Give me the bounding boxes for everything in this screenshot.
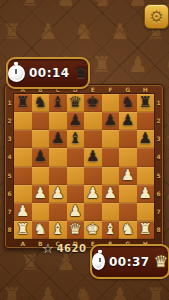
file-label-H: H bbox=[137, 86, 155, 93]
square-e3[interactable] bbox=[84, 130, 102, 148]
rank-label-8: 8 bbox=[155, 221, 162, 239]
white-clock-time: 00:37 bbox=[109, 255, 150, 269]
black-pawn[interactable]: ♟ bbox=[34, 147, 47, 165]
rank-labels-left: 12345678 bbox=[6, 94, 13, 239]
white-pawn[interactable]: ♟ bbox=[139, 184, 152, 202]
square-c6[interactable]: ♟ bbox=[49, 185, 67, 203]
black-pawn[interactable]: ♟ bbox=[69, 111, 82, 129]
square-h4[interactable] bbox=[137, 148, 155, 166]
square-a7[interactable]: ♟ bbox=[14, 203, 32, 221]
square-f2[interactable]: ♟ bbox=[102, 112, 120, 130]
black-pawn[interactable]: ♟ bbox=[51, 129, 64, 147]
square-b2[interactable] bbox=[32, 112, 50, 130]
black-clock-time: 00:14 bbox=[29, 66, 70, 80]
square-e1[interactable]: ♚ bbox=[84, 94, 102, 112]
white-pawn[interactable]: ♟ bbox=[34, 184, 47, 202]
stopwatch-icon bbox=[92, 253, 105, 270]
square-e7[interactable] bbox=[84, 203, 102, 221]
white-pawn[interactable]: ♟ bbox=[121, 166, 134, 184]
white-queen[interactable]: ♛ bbox=[69, 220, 82, 238]
rank-label-7: 7 bbox=[6, 203, 13, 221]
file-label-A: A bbox=[14, 240, 32, 247]
square-d1[interactable]: ♛ bbox=[67, 94, 85, 112]
rank-label-5: 5 bbox=[155, 167, 162, 185]
square-f5[interactable] bbox=[102, 167, 120, 185]
black-pawn[interactable]: ♟ bbox=[139, 129, 152, 147]
score-value: 4620 bbox=[57, 243, 87, 254]
black-clock-plaque: 00:14 ♛ bbox=[6, 57, 90, 89]
square-a4[interactable] bbox=[14, 148, 32, 166]
rank-labels-right: 12345678 bbox=[155, 94, 162, 239]
square-b5[interactable] bbox=[32, 167, 50, 185]
square-g4[interactable] bbox=[119, 148, 137, 166]
black-bishop[interactable]: ♝ bbox=[69, 129, 82, 147]
square-g1[interactable]: ♞ bbox=[119, 94, 137, 112]
white-pawn[interactable]: ♟ bbox=[86, 184, 99, 202]
square-a6[interactable] bbox=[14, 185, 32, 203]
square-b4[interactable]: ♟ bbox=[32, 148, 50, 166]
rank-label-8: 8 bbox=[6, 221, 13, 239]
square-e5[interactable] bbox=[84, 167, 102, 185]
square-b7[interactable] bbox=[32, 203, 50, 221]
square-h5[interactable] bbox=[137, 167, 155, 185]
square-d3[interactable]: ♝ bbox=[67, 130, 85, 148]
rank-label-1: 1 bbox=[155, 94, 162, 112]
white-knight[interactable]: ♞ bbox=[121, 220, 134, 238]
square-g8[interactable]: ♞ bbox=[119, 221, 137, 239]
black-bishop[interactable]: ♝ bbox=[51, 93, 64, 111]
rank-label-1: 1 bbox=[6, 94, 13, 112]
square-a1[interactable]: ♜ bbox=[14, 94, 32, 112]
square-g7[interactable] bbox=[119, 203, 137, 221]
square-d2[interactable]: ♟ bbox=[67, 112, 85, 130]
square-g6[interactable] bbox=[119, 185, 137, 203]
black-pawn[interactable]: ♟ bbox=[121, 111, 134, 129]
rank-label-2: 2 bbox=[6, 112, 13, 130]
square-f4[interactable] bbox=[102, 148, 120, 166]
board-grid: ♜♞♝♛♚♞♜♟♟♟♟♝♟♟♟♟♟♟♟♟♟♟♟♜♞♝♛♚♝♞♜ bbox=[14, 94, 154, 239]
rank-label-3: 3 bbox=[6, 130, 13, 148]
gear-icon: ⚙ bbox=[149, 9, 163, 25]
white-bishop[interactable]: ♝ bbox=[104, 220, 117, 238]
black-pawn[interactable]: ♟ bbox=[86, 147, 99, 165]
square-a8[interactable]: ♜ bbox=[14, 221, 32, 239]
rank-label-6: 6 bbox=[155, 185, 162, 203]
white-knight[interactable]: ♞ bbox=[34, 220, 47, 238]
square-b6[interactable]: ♟ bbox=[32, 185, 50, 203]
chess-app-screen: ♟♜♟♞♟♜♟♜♟♞♟♜♟♞♟♞♟♜♟♞♟♞♟♜♟♞♟♜♟♜♟♞♟♜♟♜♟♞♟♜… bbox=[0, 0, 169, 300]
square-d6[interactable] bbox=[67, 185, 85, 203]
rank-label-2: 2 bbox=[155, 112, 162, 130]
rank-label-4: 4 bbox=[155, 148, 162, 166]
square-h2[interactable] bbox=[137, 112, 155, 130]
black-queen-icon: ♛ bbox=[74, 65, 88, 81]
square-f7[interactable] bbox=[102, 203, 120, 221]
rank-label-6: 6 bbox=[6, 185, 13, 203]
square-h3[interactable]: ♟ bbox=[137, 130, 155, 148]
white-rook[interactable]: ♜ bbox=[139, 220, 152, 238]
white-bishop[interactable]: ♝ bbox=[51, 220, 64, 238]
white-pawn[interactable]: ♟ bbox=[69, 202, 82, 220]
white-pawn[interactable]: ♟ bbox=[51, 184, 64, 202]
black-king[interactable]: ♚ bbox=[86, 93, 99, 111]
square-c4[interactable] bbox=[49, 148, 67, 166]
square-h6[interactable]: ♟ bbox=[137, 185, 155, 203]
rank-label-5: 5 bbox=[6, 167, 13, 185]
white-pawn[interactable]: ♟ bbox=[16, 202, 29, 220]
square-g2[interactable]: ♟ bbox=[119, 112, 137, 130]
square-g5[interactable]: ♟ bbox=[119, 167, 137, 185]
square-f3[interactable] bbox=[102, 130, 120, 148]
black-rook[interactable]: ♜ bbox=[139, 93, 152, 111]
square-f1[interactable] bbox=[102, 94, 120, 112]
square-d4[interactable] bbox=[67, 148, 85, 166]
square-a2[interactable] bbox=[14, 112, 32, 130]
black-knight[interactable]: ♞ bbox=[34, 93, 47, 111]
black-queen[interactable]: ♛ bbox=[69, 93, 82, 111]
square-d8[interactable]: ♛ bbox=[67, 221, 85, 239]
square-f8[interactable]: ♝ bbox=[102, 221, 120, 239]
square-e6[interactable]: ♟ bbox=[84, 185, 102, 203]
square-g3[interactable] bbox=[119, 130, 137, 148]
white-queen-icon: ♛ bbox=[154, 254, 168, 270]
file-label-G: G bbox=[119, 86, 137, 93]
black-pawn[interactable]: ♟ bbox=[104, 111, 117, 129]
square-a3[interactable] bbox=[14, 130, 32, 148]
white-pawn[interactable]: ♟ bbox=[104, 184, 117, 202]
square-e2[interactable] bbox=[84, 112, 102, 130]
square-a5[interactable] bbox=[14, 167, 32, 185]
chess-board-frame: ABCDEFGH ABCDEFGH 12345678 12345678 ♜♞♝♛… bbox=[4, 84, 164, 249]
file-label-E: E bbox=[84, 86, 102, 93]
white-king[interactable]: ♚ bbox=[86, 220, 99, 238]
score-display: ☆ 4620 bbox=[42, 241, 87, 256]
black-rook[interactable]: ♜ bbox=[16, 93, 29, 111]
stopwatch-icon bbox=[8, 65, 25, 82]
rank-label-4: 4 bbox=[6, 148, 13, 166]
square-c2[interactable] bbox=[49, 112, 67, 130]
square-c3[interactable]: ♟ bbox=[49, 130, 67, 148]
square-c1[interactable]: ♝ bbox=[49, 94, 67, 112]
square-b8[interactable]: ♞ bbox=[32, 221, 50, 239]
square-d7[interactable]: ♟ bbox=[67, 203, 85, 221]
square-d5[interactable] bbox=[67, 167, 85, 185]
star-icon: ☆ bbox=[42, 241, 54, 256]
rank-label-3: 3 bbox=[155, 130, 162, 148]
settings-button[interactable]: ⚙ bbox=[144, 4, 169, 29]
file-label-F: F bbox=[102, 86, 120, 93]
square-c8[interactable]: ♝ bbox=[49, 221, 67, 239]
square-h1[interactable]: ♜ bbox=[137, 94, 155, 112]
square-b1[interactable]: ♞ bbox=[32, 94, 50, 112]
square-h7[interactable] bbox=[137, 203, 155, 221]
black-knight[interactable]: ♞ bbox=[121, 93, 134, 111]
square-h8[interactable]: ♜ bbox=[137, 221, 155, 239]
white-rook[interactable]: ♜ bbox=[16, 220, 29, 238]
square-c7[interactable] bbox=[49, 203, 67, 221]
square-b3[interactable] bbox=[32, 130, 50, 148]
square-f6[interactable]: ♟ bbox=[102, 185, 120, 203]
white-clock-plaque: 00:37 ♛ bbox=[90, 244, 169, 279]
square-e8[interactable]: ♚ bbox=[84, 221, 102, 239]
rank-label-7: 7 bbox=[155, 203, 162, 221]
square-c5[interactable] bbox=[49, 167, 67, 185]
square-e4[interactable]: ♟ bbox=[84, 148, 102, 166]
